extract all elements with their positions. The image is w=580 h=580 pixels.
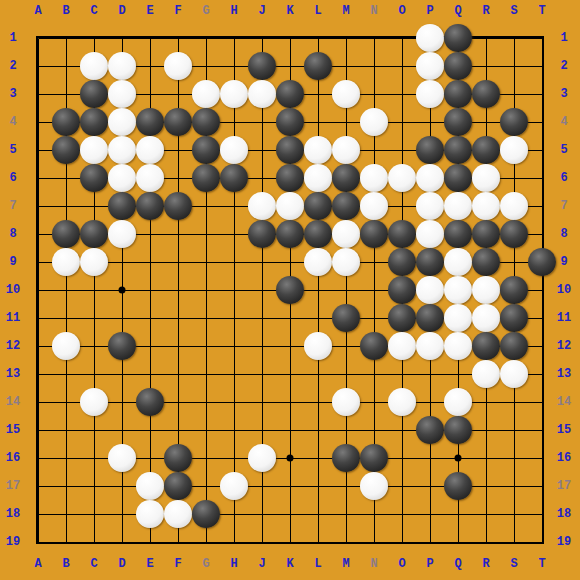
stone-black [444,416,472,444]
stone-black [388,304,416,332]
stone-black [388,276,416,304]
stone-white [500,136,528,164]
stone-black [136,388,164,416]
stone-black [472,220,500,248]
coord-label-top-D: D [112,4,132,18]
stone-black [52,108,80,136]
stone-black [276,108,304,136]
stone-white [472,192,500,220]
stone-white [276,192,304,220]
stone-white [444,332,472,360]
stone-black [80,164,108,192]
stone-white [360,472,388,500]
coord-label-right-13: 13 [550,367,578,381]
stone-white [472,276,500,304]
stone-black [360,220,388,248]
stone-black [276,136,304,164]
stone-white [108,164,136,192]
stone-black [332,444,360,472]
coord-label-left-18: 18 [0,507,26,521]
coord-label-right-2: 2 [550,59,578,73]
coord-label-top-G: G [196,4,216,18]
coord-label-left-1: 1 [0,31,26,45]
coord-label-bottom-L: L [308,557,328,571]
coord-label-left-5: 5 [0,143,26,157]
stone-black [164,108,192,136]
stone-white [108,136,136,164]
stone-black [416,136,444,164]
stone-black [388,220,416,248]
stone-black [444,164,472,192]
coord-label-top-S: S [504,4,524,18]
stone-white [164,52,192,80]
stone-white [416,332,444,360]
coord-label-top-E: E [140,4,160,18]
coord-label-right-8: 8 [550,227,578,241]
stone-black [500,220,528,248]
stone-white [304,136,332,164]
coord-label-top-N: N [364,4,384,18]
stone-white [136,472,164,500]
coord-label-right-6: 6 [550,171,578,185]
coord-label-left-9: 9 [0,255,26,269]
stone-black [472,80,500,108]
stone-white [220,472,248,500]
stone-white [192,80,220,108]
stone-white [136,500,164,528]
star-point [455,455,462,462]
stone-white [108,108,136,136]
stone-black [304,220,332,248]
stone-black [248,52,276,80]
coord-label-right-1: 1 [550,31,578,45]
stone-white [136,164,164,192]
stone-black [500,276,528,304]
coord-label-bottom-P: P [420,557,440,571]
stone-black [276,164,304,192]
coord-label-left-3: 3 [0,87,26,101]
stone-black [276,220,304,248]
stone-black [444,108,472,136]
stone-black [248,220,276,248]
stone-black [304,52,332,80]
coord-label-right-14: 14 [550,395,578,409]
stone-black [192,108,220,136]
stone-black [416,248,444,276]
coord-label-right-5: 5 [550,143,578,157]
coord-label-bottom-G: G [196,557,216,571]
coord-label-bottom-Q: Q [448,557,468,571]
stone-black [500,304,528,332]
stone-black [192,164,220,192]
coord-label-right-19: 19 [550,535,578,549]
stone-white [332,80,360,108]
coord-label-right-18: 18 [550,507,578,521]
star-point [119,287,126,294]
stone-white [248,80,276,108]
stone-white [304,248,332,276]
stone-black [332,164,360,192]
stone-black [304,192,332,220]
stone-white [304,332,332,360]
stone-white [80,388,108,416]
stone-white [444,248,472,276]
stone-black [360,332,388,360]
stone-white [332,136,360,164]
stone-black [472,248,500,276]
stone-black [472,136,500,164]
stone-white [416,164,444,192]
stone-white [388,388,416,416]
coord-label-top-H: H [224,4,244,18]
coord-label-bottom-C: C [84,557,104,571]
stone-white [108,220,136,248]
coord-label-bottom-K: K [280,557,300,571]
coord-label-bottom-J: J [252,557,272,571]
coord-label-left-10: 10 [0,283,26,297]
stone-white [360,164,388,192]
go-board[interactable]: AABBCCDDEEFFGGHHJJKKLLMMNNOOPPQQRRSSTT11… [0,0,580,580]
coord-label-top-P: P [420,4,440,18]
coord-label-top-A: A [28,4,48,18]
stone-black [500,332,528,360]
stone-black [332,192,360,220]
stone-black [500,108,528,136]
coord-label-right-11: 11 [550,311,578,325]
stone-white [472,360,500,388]
stone-white [332,388,360,416]
coord-label-top-L: L [308,4,328,18]
stone-black [80,108,108,136]
coord-label-right-17: 17 [550,479,578,493]
stone-white [388,164,416,192]
coord-label-right-15: 15 [550,423,578,437]
stone-white [304,164,332,192]
star-point [287,455,294,462]
stone-black [164,472,192,500]
stone-black [192,500,220,528]
stone-white [416,80,444,108]
stone-black [444,220,472,248]
stone-white [444,304,472,332]
stone-black [444,136,472,164]
stone-white [52,248,80,276]
stone-white [444,192,472,220]
stone-white [360,108,388,136]
stone-white [472,164,500,192]
coord-label-top-B: B [56,4,76,18]
coord-label-bottom-S: S [504,557,524,571]
coord-label-bottom-A: A [28,557,48,571]
stone-black [52,136,80,164]
coord-label-left-11: 11 [0,311,26,325]
stone-white [416,192,444,220]
stone-black [192,136,220,164]
stone-black [388,248,416,276]
stone-black [332,304,360,332]
coord-label-top-M: M [336,4,356,18]
stone-black [444,472,472,500]
stone-black [444,80,472,108]
stone-white [136,136,164,164]
coord-label-bottom-H: H [224,557,244,571]
stone-white [220,136,248,164]
stone-black [276,80,304,108]
stone-white [444,388,472,416]
stone-white [444,276,472,304]
stone-black [472,332,500,360]
stone-white [332,248,360,276]
coord-label-bottom-M: M [336,557,356,571]
coord-label-bottom-O: O [392,557,412,571]
stone-white [416,220,444,248]
coord-label-left-16: 16 [0,451,26,465]
coord-label-top-J: J [252,4,272,18]
stone-black [52,220,80,248]
stone-black [416,416,444,444]
coord-label-left-15: 15 [0,423,26,437]
coord-label-left-14: 14 [0,395,26,409]
stone-black [80,220,108,248]
coord-label-right-3: 3 [550,87,578,101]
coord-label-left-7: 7 [0,199,26,213]
stone-black [220,164,248,192]
stone-black [136,108,164,136]
stone-black [136,192,164,220]
stone-black [80,80,108,108]
coord-label-right-4: 4 [550,115,578,129]
coord-label-left-12: 12 [0,339,26,353]
coord-label-top-F: F [168,4,188,18]
stone-white [332,220,360,248]
stone-white [360,192,388,220]
coord-label-left-2: 2 [0,59,26,73]
stone-white [416,52,444,80]
stone-white [500,192,528,220]
stone-black [108,332,136,360]
stone-white [248,444,276,472]
coord-label-bottom-F: F [168,557,188,571]
coord-label-top-R: R [476,4,496,18]
coord-label-bottom-R: R [476,557,496,571]
stone-black [416,304,444,332]
coord-label-top-T: T [532,4,552,18]
coord-label-left-13: 13 [0,367,26,381]
coord-label-bottom-T: T [532,557,552,571]
stone-black [444,52,472,80]
coord-label-bottom-E: E [140,557,160,571]
stone-white [416,24,444,52]
stone-black [360,444,388,472]
stone-white [108,52,136,80]
coord-label-top-O: O [392,4,412,18]
stone-white [52,332,80,360]
stone-white [80,136,108,164]
coord-label-top-Q: Q [448,4,468,18]
coord-label-left-4: 4 [0,115,26,129]
stone-white [80,248,108,276]
stone-black [108,192,136,220]
coord-label-right-7: 7 [550,199,578,213]
coord-label-top-C: C [84,4,104,18]
coord-label-bottom-N: N [364,557,384,571]
stone-white [500,360,528,388]
coord-label-right-12: 12 [550,339,578,353]
stone-white [220,80,248,108]
stone-black [164,444,192,472]
coord-label-left-6: 6 [0,171,26,185]
stone-white [164,500,192,528]
stone-black [164,192,192,220]
stone-black [276,276,304,304]
stone-black [528,248,556,276]
coord-label-bottom-B: B [56,557,76,571]
coord-label-right-10: 10 [550,283,578,297]
coord-label-left-8: 8 [0,227,26,241]
coord-label-left-19: 19 [0,535,26,549]
coord-label-left-17: 17 [0,479,26,493]
coord-label-bottom-D: D [112,557,132,571]
stone-black [444,24,472,52]
stone-white [472,304,500,332]
stone-white [108,444,136,472]
stone-white [80,52,108,80]
stone-white [108,80,136,108]
stone-white [416,276,444,304]
coord-label-right-16: 16 [550,451,578,465]
coord-label-top-K: K [280,4,300,18]
stone-white [388,332,416,360]
stone-white [248,192,276,220]
